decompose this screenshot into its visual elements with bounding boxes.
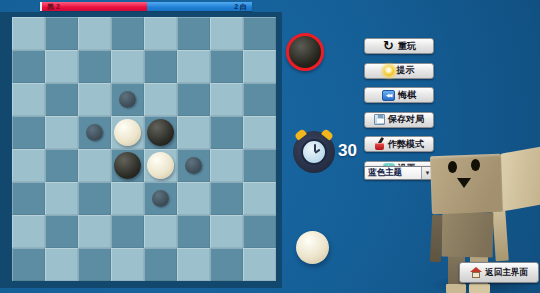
square-c2[interactable] <box>78 50 111 83</box>
square-b7[interactable] <box>45 215 78 248</box>
square-f8[interactable] <box>177 248 210 281</box>
replay-icon: ↻ <box>382 40 395 53</box>
danbo-right-eye <box>471 159 480 171</box>
square-b2[interactable] <box>45 50 78 83</box>
square-b4[interactable] <box>45 116 78 149</box>
return-main-menu-label: 返回主界面 <box>485 267 528 279</box>
square-d5[interactable] <box>111 149 144 182</box>
square-c6[interactable] <box>78 182 111 215</box>
square-g3[interactable] <box>210 83 243 116</box>
square-a8[interactable] <box>12 248 45 281</box>
replay-label: 重玩 <box>398 40 416 53</box>
square-c5[interactable] <box>78 149 111 182</box>
hint-button[interactable]: 提示 <box>364 63 434 79</box>
square-h7[interactable] <box>243 215 276 248</box>
danbo-left-foot <box>446 284 466 293</box>
square-d2[interactable] <box>111 50 144 83</box>
white-stone <box>147 152 174 179</box>
square-e1[interactable] <box>144 17 177 50</box>
square-e7[interactable] <box>144 215 177 248</box>
game-screen: 黑 2 2 白 30 ↻ 重玩 提示 ◀◀ 悔棋 保 <box>0 0 540 293</box>
square-g1[interactable] <box>210 17 243 50</box>
square-h6[interactable] <box>243 182 276 215</box>
save-game-button[interactable]: 保存对局 <box>364 112 434 128</box>
square-b1[interactable] <box>45 17 78 50</box>
legal-move-hint-dot[interactable] <box>119 91 136 108</box>
square-g6[interactable] <box>210 182 243 215</box>
square-e2[interactable] <box>144 50 177 83</box>
square-c1[interactable] <box>78 17 111 50</box>
legal-move-hint-dot[interactable] <box>86 124 103 141</box>
score-bar: 黑 2 2 白 <box>40 2 252 11</box>
legal-move-hint-dot[interactable] <box>152 190 169 207</box>
square-c7[interactable] <box>78 215 111 248</box>
white-score-label: 2 白 <box>234 2 252 11</box>
square-f3[interactable] <box>177 83 210 116</box>
white-stone <box>114 119 141 146</box>
square-g4[interactable] <box>210 116 243 149</box>
square-h3[interactable] <box>243 83 276 116</box>
board-grid <box>12 17 276 281</box>
square-f2[interactable] <box>177 50 210 83</box>
square-a1[interactable] <box>12 17 45 50</box>
square-f1[interactable] <box>177 17 210 50</box>
square-b3[interactable] <box>45 83 78 116</box>
square-h8[interactable] <box>243 248 276 281</box>
hint-icon <box>384 66 394 76</box>
square-b5[interactable] <box>45 149 78 182</box>
danbo-head-side <box>501 146 540 211</box>
black-score-bar: 黑 2 <box>42 2 147 11</box>
square-g5[interactable] <box>210 149 243 182</box>
square-a6[interactable] <box>12 182 45 215</box>
undo-icon: ◀◀ <box>382 90 395 101</box>
save-game-label: 保存对局 <box>388 113 424 126</box>
danbo-body <box>442 212 494 258</box>
danbo-right-foot <box>469 284 490 293</box>
black-stone <box>147 119 174 146</box>
square-d6[interactable] <box>111 182 144 215</box>
save-icon <box>374 114 385 125</box>
square-h2[interactable] <box>243 50 276 83</box>
replay-button[interactable]: ↻ 重玩 <box>364 38 434 54</box>
clock-face <box>301 139 327 165</box>
square-h5[interactable] <box>243 149 276 182</box>
board-frame <box>0 12 282 288</box>
black-stone <box>114 152 141 179</box>
square-b8[interactable] <box>45 248 78 281</box>
square-g7[interactable] <box>210 215 243 248</box>
danbo-right-arm <box>492 210 509 262</box>
square-f5[interactable] <box>177 149 210 182</box>
square-c8[interactable] <box>78 248 111 281</box>
cheat-mode-icon <box>374 138 385 150</box>
square-a5[interactable] <box>12 149 45 182</box>
square-d1[interactable] <box>111 17 144 50</box>
square-a2[interactable] <box>12 50 45 83</box>
square-a4[interactable] <box>12 116 45 149</box>
square-f4[interactable] <box>177 116 210 149</box>
undo-label: 悔棋 <box>398 89 416 102</box>
return-main-menu-button[interactable]: 返回主界面 <box>459 262 539 283</box>
danbo-mouth <box>457 178 471 188</box>
white-score-bar: 2 白 <box>147 2 252 11</box>
danbo-left-eye <box>448 161 457 173</box>
undo-button[interactable]: ◀◀ 悔棋 <box>364 87 434 103</box>
square-c3[interactable] <box>78 83 111 116</box>
alarm-clock-icon <box>293 131 335 173</box>
square-g2[interactable] <box>210 50 243 83</box>
square-h1[interactable] <box>243 17 276 50</box>
square-c4[interactable] <box>78 116 111 149</box>
timer-value: 30 <box>338 141 357 161</box>
square-a3[interactable] <box>12 83 45 116</box>
square-f7[interactable] <box>177 215 210 248</box>
square-e3[interactable] <box>144 83 177 116</box>
square-d4[interactable] <box>111 116 144 149</box>
home-icon <box>470 267 482 278</box>
theme-dropdown-value: 蓝色主题 <box>365 167 421 179</box>
square-e8[interactable] <box>144 248 177 281</box>
square-d7[interactable] <box>111 215 144 248</box>
square-e6[interactable] <box>144 182 177 215</box>
square-f6[interactable] <box>177 182 210 215</box>
black-score-label: 黑 2 <box>42 2 60 11</box>
square-e4[interactable] <box>144 116 177 149</box>
square-a7[interactable] <box>12 215 45 248</box>
hint-label: 提示 <box>397 64 415 77</box>
square-d3[interactable] <box>111 83 144 116</box>
square-e5[interactable] <box>144 149 177 182</box>
square-g8[interactable] <box>210 248 243 281</box>
square-h4[interactable] <box>243 116 276 149</box>
decorative-white-stone <box>296 231 329 264</box>
legal-move-hint-dot[interactable] <box>185 157 202 174</box>
current-turn-black-stone-indicator <box>286 33 324 71</box>
square-d8[interactable] <box>111 248 144 281</box>
square-b6[interactable] <box>45 182 78 215</box>
